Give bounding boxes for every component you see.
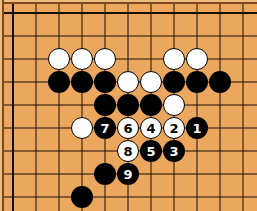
white-stone-move-8: 8: [117, 140, 139, 162]
black-stone: [71, 186, 93, 208]
move-number-label: 7: [100, 122, 109, 135]
black-stone: [71, 71, 93, 93]
black-stone-move-5: 5: [140, 140, 162, 162]
white-stone: [48, 48, 70, 70]
move-number-label: 4: [146, 122, 155, 135]
white-stone: [94, 48, 116, 70]
black-stone: [163, 71, 185, 93]
black-stone: [94, 163, 116, 185]
black-stone: [94, 71, 116, 93]
black-stone-move-1: 1: [186, 117, 208, 139]
move-number-label: 2: [169, 122, 178, 135]
black-stone: [48, 71, 70, 93]
white-stone: [163, 48, 185, 70]
move-number-label: 3: [169, 145, 178, 158]
white-stone: [140, 71, 162, 93]
move-number-label: 1: [192, 122, 201, 135]
black-stone-move-7: 7: [94, 117, 116, 139]
black-stone: [209, 71, 231, 93]
black-stone: [94, 94, 116, 116]
white-stone: [71, 117, 93, 139]
black-stone: [140, 94, 162, 116]
black-stone-move-3: 3: [163, 140, 185, 162]
white-stone-move-4: 4: [140, 117, 162, 139]
black-stone: [186, 71, 208, 93]
white-stone: [163, 94, 185, 116]
white-stone-move-6: 6: [117, 117, 139, 139]
go-board: 764218539: [0, 0, 257, 211]
white-stone: [71, 48, 93, 70]
move-number-label: 8: [123, 145, 132, 158]
white-stone-move-2: 2: [163, 117, 185, 139]
stones-layer: 764218539: [0, 0, 257, 211]
black-stone-move-9: 9: [117, 163, 139, 185]
move-number-label: 6: [123, 122, 132, 135]
black-stone: [117, 94, 139, 116]
white-stone: [186, 48, 208, 70]
move-number-label: 5: [146, 145, 155, 158]
white-stone: [117, 71, 139, 93]
move-number-label: 9: [123, 168, 132, 181]
